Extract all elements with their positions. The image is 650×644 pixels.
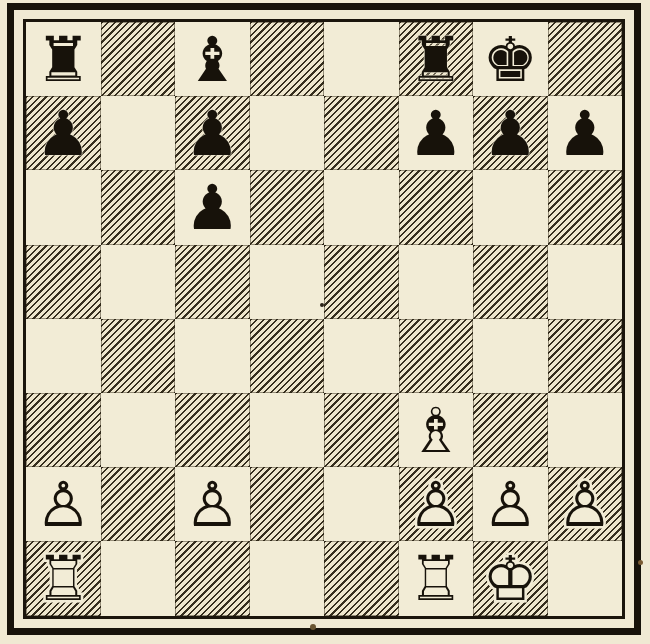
square-a8: ♜: [26, 22, 101, 96]
square-e5: [324, 245, 399, 319]
chess-board-frame: ♜♝♜♚♟♟♟♟♟♟♝♗♟♙♟♙♟♙♟♙♟♙♜♖♜♖♚♔: [7, 3, 641, 635]
square-g5: [473, 245, 548, 319]
square-a3: [26, 393, 101, 467]
square-d7: [250, 96, 325, 170]
square-g4: [473, 319, 548, 393]
square-h4: [548, 319, 623, 393]
square-d8: [250, 22, 325, 96]
black-pawn-glyph: ♟: [557, 103, 613, 165]
square-d2: [250, 467, 325, 541]
square-c4: [175, 319, 250, 393]
square-a1: ♜♖: [26, 541, 101, 615]
square-a4: [26, 319, 101, 393]
square-a2: ♟♙: [26, 467, 101, 541]
square-h8: [548, 22, 623, 96]
white-king: ♚♔: [473, 542, 547, 616]
white-rook-glyph: ♖: [408, 548, 464, 610]
square-b5: [101, 245, 176, 319]
white-pawn: ♟♙: [548, 468, 622, 542]
square-c3: [175, 393, 250, 467]
square-d1: [250, 541, 325, 615]
white-pawn-glyph: ♙: [557, 474, 613, 536]
square-b3: [101, 393, 176, 467]
square-b7: [101, 96, 176, 170]
square-b2: [101, 467, 176, 541]
square-f5: [399, 245, 474, 319]
square-b1: [101, 541, 176, 615]
white-pawn-glyph: ♙: [184, 474, 240, 536]
square-a6: [26, 170, 101, 244]
square-c6: ♟: [175, 170, 250, 244]
square-g3: [473, 393, 548, 467]
black-rook-glyph: ♜: [408, 29, 464, 91]
square-e1: [324, 541, 399, 615]
square-f6: [399, 170, 474, 244]
black-pawn: ♟: [399, 97, 473, 171]
square-c5: [175, 245, 250, 319]
paper-speck: [320, 303, 324, 307]
black-pawn: ♟: [548, 97, 622, 171]
square-c1: [175, 541, 250, 615]
square-f2: ♟♙: [399, 467, 474, 541]
paper-speck: [638, 560, 643, 565]
square-h6: [548, 170, 623, 244]
square-e4: [324, 319, 399, 393]
black-pawn: ♟: [175, 171, 249, 245]
square-a7: ♟: [26, 96, 101, 170]
square-g2: ♟♙: [473, 467, 548, 541]
white-pawn: ♟♙: [399, 468, 473, 542]
square-h2: ♟♙: [548, 467, 623, 541]
square-h3: [548, 393, 623, 467]
black-king: ♚: [473, 23, 547, 97]
square-c2: ♟♙: [175, 467, 250, 541]
square-e7: [324, 96, 399, 170]
square-d3: [250, 393, 325, 467]
black-pawn: ♟: [26, 97, 100, 171]
white-rook: ♜♖: [399, 542, 473, 616]
square-f1: ♜♖: [399, 541, 474, 615]
black-pawn-glyph: ♟: [184, 103, 240, 165]
square-g7: ♟: [473, 96, 548, 170]
white-pawn-glyph: ♙: [35, 474, 91, 536]
square-d5: [250, 245, 325, 319]
white-pawn-glyph: ♙: [408, 474, 464, 536]
black-bishop-glyph: ♝: [184, 29, 240, 91]
paper-speck: [310, 624, 316, 630]
black-pawn: ♟: [473, 97, 547, 171]
white-pawn: ♟♙: [175, 468, 249, 542]
square-e2: [324, 467, 399, 541]
square-e8: [324, 22, 399, 96]
square-g8: ♚: [473, 22, 548, 96]
chess-board-inner-border: ♜♝♜♚♟♟♟♟♟♟♝♗♟♙♟♙♟♙♟♙♟♙♜♖♜♖♚♔: [23, 19, 625, 619]
black-rook: ♜: [26, 23, 100, 97]
black-pawn-glyph: ♟: [482, 103, 538, 165]
black-pawn-glyph: ♟: [35, 103, 91, 165]
square-c7: ♟: [175, 96, 250, 170]
square-f8: ♜: [399, 22, 474, 96]
black-rook: ♜: [399, 23, 473, 97]
square-c8: ♝: [175, 22, 250, 96]
white-rook: ♜♖: [26, 542, 100, 616]
square-f4: [399, 319, 474, 393]
square-e3: [324, 393, 399, 467]
black-bishop: ♝: [175, 23, 249, 97]
square-d6: [250, 170, 325, 244]
chess-board: ♜♝♜♚♟♟♟♟♟♟♝♗♟♙♟♙♟♙♟♙♟♙♜♖♜♖♚♔: [26, 22, 622, 616]
square-b8: [101, 22, 176, 96]
square-g1: ♚♔: [473, 541, 548, 615]
black-pawn: ♟: [175, 97, 249, 171]
square-d4: [250, 319, 325, 393]
white-rook-glyph: ♖: [35, 548, 91, 610]
white-bishop: ♝♗: [399, 394, 473, 468]
white-pawn: ♟♙: [473, 468, 547, 542]
square-b4: [101, 319, 176, 393]
white-pawn-glyph: ♙: [482, 474, 538, 536]
black-pawn-glyph: ♟: [184, 177, 240, 239]
black-pawn-glyph: ♟: [408, 103, 464, 165]
book-page: ♜♝♜♚♟♟♟♟♟♟♝♗♟♙♟♙♟♙♟♙♟♙♜♖♜♖♚♔: [0, 0, 650, 644]
square-g6: [473, 170, 548, 244]
square-h1: [548, 541, 623, 615]
square-f3: ♝♗: [399, 393, 474, 467]
square-a5: [26, 245, 101, 319]
square-e6: [324, 170, 399, 244]
black-rook-glyph: ♜: [35, 29, 91, 91]
white-king-glyph: ♔: [482, 548, 538, 610]
white-pawn: ♟♙: [26, 468, 100, 542]
white-bishop-glyph: ♗: [408, 400, 464, 462]
square-b6: [101, 170, 176, 244]
black-king-glyph: ♚: [482, 29, 538, 91]
square-h7: ♟: [548, 96, 623, 170]
square-h5: [548, 245, 623, 319]
square-f7: ♟: [399, 96, 474, 170]
